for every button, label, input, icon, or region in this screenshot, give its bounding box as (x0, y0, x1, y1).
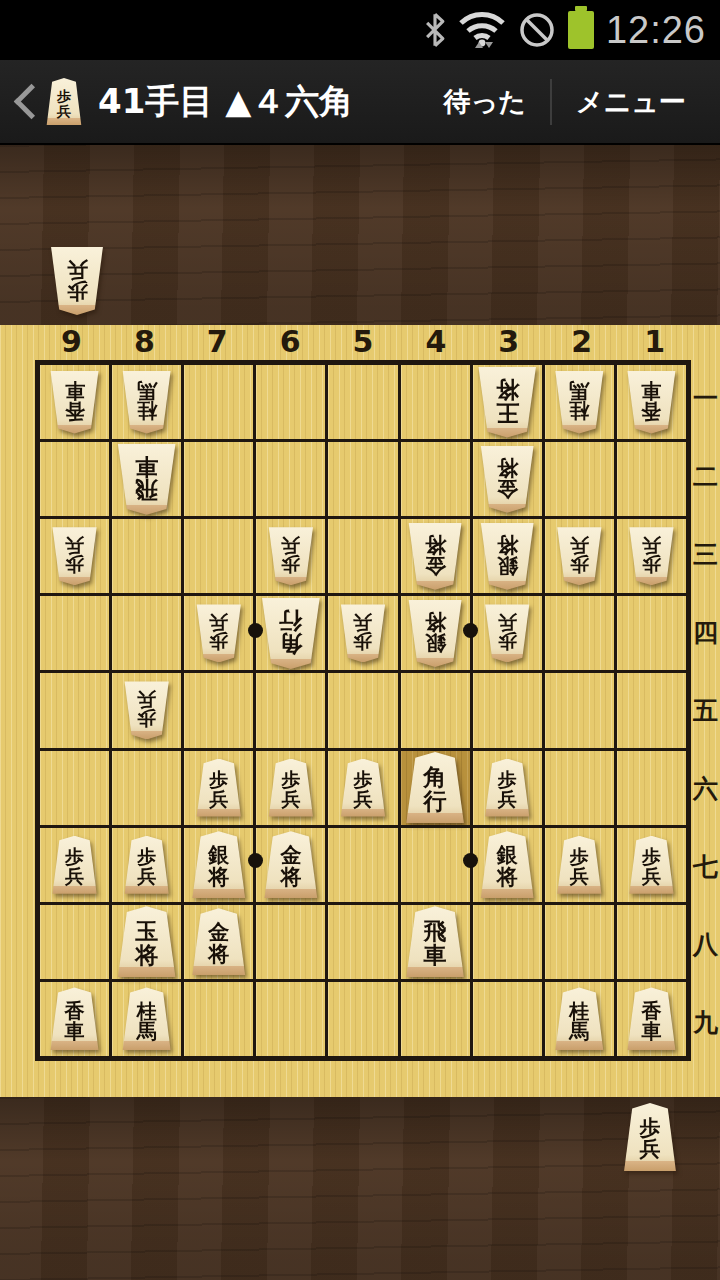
square-37[interactable]: 銀将 (473, 828, 542, 902)
file-label-8: 8 (108, 325, 181, 360)
square-95[interactable] (40, 673, 109, 747)
square-92[interactable] (40, 442, 109, 516)
square-66[interactable]: 歩兵 (256, 751, 325, 825)
square-74[interactable]: 歩兵 (184, 596, 253, 670)
square-24[interactable] (545, 596, 614, 670)
square-27[interactable]: 歩兵 (545, 828, 614, 902)
file-label-2: 2 (545, 325, 618, 360)
piece-sente-pawn[interactable]: 歩兵 (52, 836, 98, 894)
square-87[interactable]: 歩兵 (112, 828, 181, 902)
square-34[interactable]: 歩兵 (473, 596, 542, 670)
screen: 12:26 歩兵 41手目 ▲４六角 待った メニュー 歩兵 987654321… (0, 0, 720, 1280)
square-75[interactable] (184, 673, 253, 747)
square-69[interactable] (256, 982, 325, 1056)
square-44[interactable]: 銀将 (401, 596, 470, 670)
square-26[interactable] (545, 751, 614, 825)
square-16[interactable] (617, 751, 686, 825)
file-label-9: 9 (35, 325, 108, 360)
piece-gote-pawn[interactable]: 歩兵 (196, 604, 242, 662)
back-button[interactable] (10, 72, 46, 132)
square-91[interactable]: 香車 (40, 365, 109, 439)
square-39[interactable] (473, 982, 542, 1056)
piece-gote-rook[interactable]: 飛車 (117, 444, 177, 515)
square-61[interactable] (256, 365, 325, 439)
square-32[interactable]: 金将 (473, 442, 542, 516)
gote-hand-tray: 歩兵 (0, 145, 720, 325)
square-59[interactable] (328, 982, 397, 1056)
piece-gote-gold[interactable]: 金将 (480, 446, 535, 513)
square-33[interactable]: 銀将 (473, 519, 542, 593)
rank-label-8: 八 (691, 905, 720, 983)
square-43[interactable]: 金将 (401, 519, 470, 593)
square-55[interactable] (328, 673, 397, 747)
piece-sente-bishop[interactable]: 角行 (405, 752, 465, 823)
square-89[interactable]: 桂馬 (112, 982, 181, 1056)
square-78[interactable]: 金将 (184, 905, 253, 979)
square-85[interactable]: 歩兵 (112, 673, 181, 747)
piece-sente-knight[interactable]: 桂馬 (554, 987, 604, 1050)
square-84[interactable] (112, 596, 181, 670)
back-chevron-icon (13, 84, 48, 119)
pawn-piece-icon: 歩兵 (46, 78, 82, 125)
square-97[interactable]: 歩兵 (40, 828, 109, 902)
square-72[interactable] (184, 442, 253, 516)
piece-gote-pawn[interactable]: 歩兵 (556, 527, 602, 585)
piece-sente-lance[interactable]: 香車 (626, 987, 676, 1050)
square-79[interactable] (184, 982, 253, 1056)
piece-gote-silver[interactable]: 銀将 (480, 523, 535, 590)
piece-sente-pawn[interactable]: 歩兵 (556, 836, 602, 894)
piece-gote-bishop[interactable]: 角行 (261, 598, 321, 669)
hoshi-dot (248, 623, 263, 638)
square-54[interactable]: 歩兵 (328, 596, 397, 670)
piece-sente-knight[interactable]: 桂馬 (122, 987, 172, 1050)
piece-gote-lance[interactable]: 香車 (626, 371, 676, 434)
square-38[interactable] (473, 905, 542, 979)
piece-sente-pawn[interactable]: 歩兵 (484, 759, 530, 817)
file-label-4: 4 (399, 325, 472, 360)
square-86[interactable] (112, 751, 181, 825)
square-88[interactable]: 玉将 (112, 905, 181, 979)
square-83[interactable] (112, 519, 181, 593)
rank-label-9: 九 (691, 983, 720, 1061)
square-48[interactable]: 飛車 (401, 905, 470, 979)
piece-gote-knight[interactable]: 桂馬 (554, 371, 604, 434)
piece-gote-pawn[interactable]: 歩兵 (484, 604, 530, 662)
sente-hand-tray: 歩兵 (0, 1097, 720, 1280)
file-label-3: 3 (472, 325, 545, 360)
file-label-5: 5 (327, 325, 400, 360)
undo-button[interactable]: 待った (420, 60, 550, 143)
square-35[interactable] (473, 673, 542, 747)
square-25[interactable] (545, 673, 614, 747)
piece-gote-king[interactable]: 王将 (477, 367, 537, 438)
menu-button[interactable]: メニュー (552, 60, 710, 143)
square-64[interactable]: 角行 (256, 596, 325, 670)
square-42[interactable] (401, 442, 470, 516)
square-57[interactable] (328, 828, 397, 902)
square-56[interactable]: 歩兵 (328, 751, 397, 825)
square-41[interactable] (401, 365, 470, 439)
rank-labels: 一二三四五六七八九 (691, 360, 720, 1061)
hoshi-dot (463, 853, 478, 868)
square-19[interactable]: 香車 (617, 982, 686, 1056)
square-49[interactable] (401, 982, 470, 1056)
battery-icon (568, 11, 594, 49)
square-17[interactable]: 歩兵 (617, 828, 686, 902)
piece-sente-pawn[interactable]: 歩兵 (196, 759, 242, 817)
square-62[interactable] (256, 442, 325, 516)
piece-sente-gold[interactable]: 金将 (191, 908, 246, 975)
piece-sente-king[interactable]: 玉将 (117, 906, 177, 977)
piece-sente-gold[interactable]: 金将 (263, 831, 318, 898)
piece-gote-pawn[interactable]: 歩兵 (52, 527, 98, 585)
piece-gote-lance[interactable]: 香車 (50, 371, 100, 434)
square-51[interactable] (328, 365, 397, 439)
square-47[interactable] (401, 828, 470, 902)
square-12[interactable] (617, 442, 686, 516)
file-labels: 987654321 (35, 325, 691, 360)
no-interruptions-icon (518, 11, 556, 49)
piece-sente-pawn[interactable]: 歩兵 (628, 836, 674, 894)
rank-label-6: 六 (691, 749, 720, 827)
file-label-7: 7 (181, 325, 254, 360)
square-98[interactable] (40, 905, 109, 979)
square-52[interactable] (328, 442, 397, 516)
square-67[interactable]: 金将 (256, 828, 325, 902)
square-94[interactable] (40, 596, 109, 670)
board-grid: 香車桂馬王将桂馬香車飛車金将歩兵歩兵金将銀将歩兵歩兵歩兵角行歩兵銀将歩兵歩兵歩兵… (35, 360, 691, 1061)
hoshi-dot (248, 853, 263, 868)
bluetooth-icon (424, 12, 446, 48)
piece-sente-lance[interactable]: 香車 (50, 987, 100, 1050)
square-21[interactable]: 桂馬 (545, 365, 614, 439)
square-45[interactable] (401, 673, 470, 747)
piece-gote-pawn[interactable]: 歩兵 (268, 527, 314, 585)
piece-gote-pawn[interactable]: 歩兵 (124, 681, 170, 739)
square-65[interactable] (256, 673, 325, 747)
piece-sente-pawn[interactable]: 歩兵 (124, 836, 170, 894)
square-31[interactable]: 王将 (473, 365, 542, 439)
square-82[interactable]: 飛車 (112, 442, 181, 516)
piece-sente-pawn[interactable]: 歩兵 (340, 759, 386, 817)
square-11[interactable]: 香車 (617, 365, 686, 439)
rank-label-3: 三 (691, 516, 720, 594)
rank-label-5: 五 (691, 672, 720, 750)
hoshi-dot (463, 623, 478, 638)
square-15[interactable] (617, 673, 686, 747)
square-63[interactable]: 歩兵 (256, 519, 325, 593)
square-99[interactable]: 香車 (40, 982, 109, 1056)
rank-label-4: 四 (691, 594, 720, 672)
piece-gote-gold[interactable]: 金将 (408, 523, 463, 590)
rank-label-1: 一 (691, 360, 720, 438)
square-46[interactable]: 角行 (401, 751, 470, 825)
status-bar: 12:26 (0, 0, 720, 60)
piece-gote-silver[interactable]: 銀将 (408, 600, 463, 667)
square-96[interactable] (40, 751, 109, 825)
rank-label-7: 七 (691, 827, 720, 905)
square-28[interactable] (545, 905, 614, 979)
square-36[interactable]: 歩兵 (473, 751, 542, 825)
square-76[interactable]: 歩兵 (184, 751, 253, 825)
square-29[interactable]: 桂馬 (545, 982, 614, 1056)
square-68[interactable] (256, 905, 325, 979)
piece-sente-pawn[interactable]: 歩兵 (268, 759, 314, 817)
file-label-1: 1 (618, 325, 691, 360)
hand-piece-gote-pawn[interactable]: 歩兵 (50, 247, 104, 315)
square-77[interactable]: 銀将 (184, 828, 253, 902)
square-81[interactable]: 桂馬 (112, 365, 181, 439)
app-bar: 歩兵 41手目 ▲４六角 待った メニュー (0, 60, 720, 145)
hand-piece-sente-pawn[interactable]: 歩兵 (623, 1103, 677, 1171)
piece-sente-silver[interactable]: 銀将 (480, 831, 535, 898)
file-label-6: 6 (254, 325, 327, 360)
shogi-board: 987654321 香車桂馬王将桂馬香車飛車金将歩兵歩兵金将銀将歩兵歩兵歩兵角行… (0, 325, 720, 1097)
rank-label-2: 二 (691, 438, 720, 516)
piece-sente-silver[interactable]: 銀将 (191, 831, 246, 898)
square-13[interactable]: 歩兵 (617, 519, 686, 593)
square-58[interactable] (328, 905, 397, 979)
square-93[interactable]: 歩兵 (40, 519, 109, 593)
square-18[interactable] (617, 905, 686, 979)
square-71[interactable] (184, 365, 253, 439)
square-14[interactable] (617, 596, 686, 670)
move-title: 41手目 ▲４六角 (98, 79, 353, 125)
wifi-icon (458, 10, 506, 50)
piece-sente-rook[interactable]: 飛車 (405, 906, 465, 977)
piece-gote-pawn[interactable]: 歩兵 (340, 604, 386, 662)
square-53[interactable] (328, 519, 397, 593)
piece-gote-knight[interactable]: 桂馬 (122, 371, 172, 434)
square-73[interactable] (184, 519, 253, 593)
square-23[interactable]: 歩兵 (545, 519, 614, 593)
piece-gote-pawn[interactable]: 歩兵 (628, 527, 674, 585)
clock: 12:26 (606, 9, 706, 52)
square-22[interactable] (545, 442, 614, 516)
